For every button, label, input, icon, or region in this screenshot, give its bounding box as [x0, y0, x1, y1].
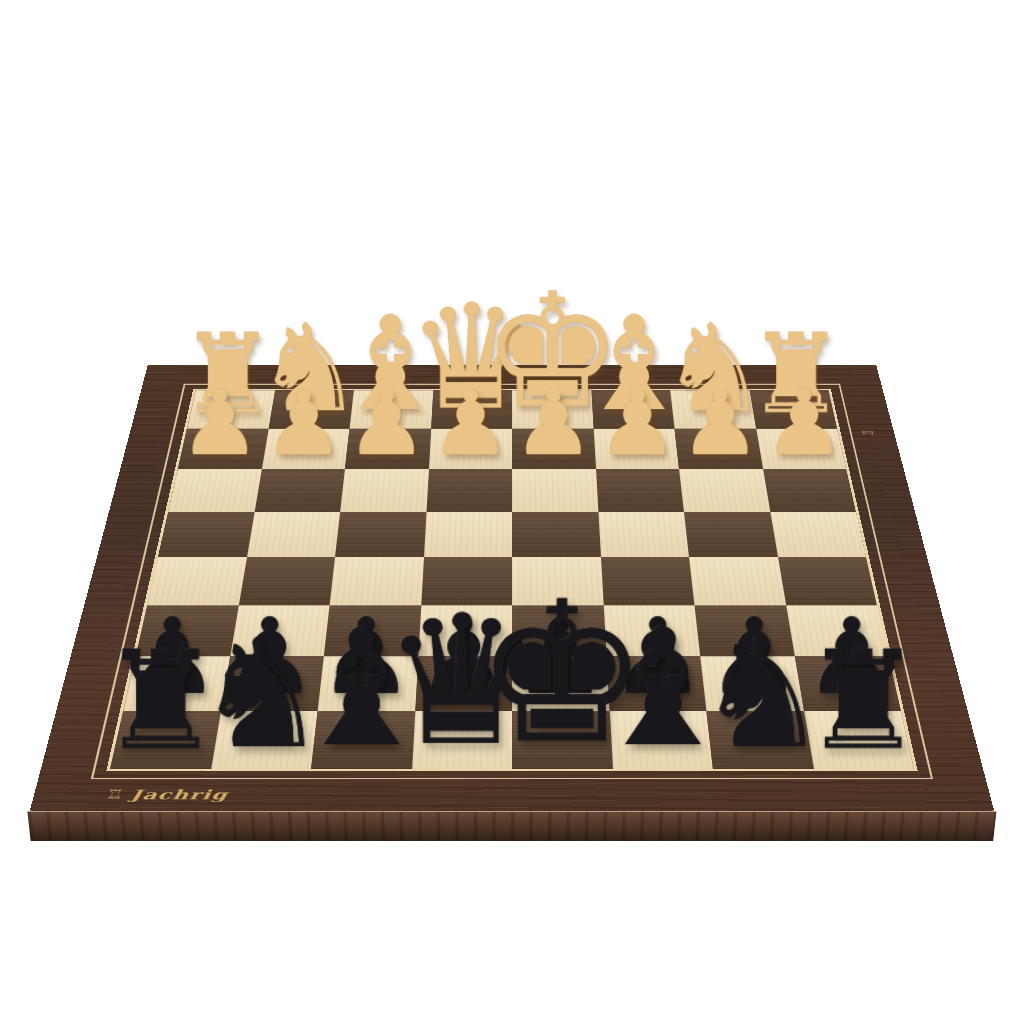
white-pawn-piece[interactable]: ♟ — [680, 381, 761, 467]
square[interactable] — [168, 469, 261, 512]
white-pawn-piece[interactable]: ♟ — [597, 381, 678, 467]
square[interactable]: ♟ — [512, 428, 596, 468]
crown-logo-icon: ♖ — [104, 788, 125, 801]
square[interactable]: ♟ — [178, 428, 268, 468]
square[interactable] — [598, 512, 689, 557]
logo-text: Jachrig — [129, 787, 229, 802]
square[interactable]: ♟ — [428, 428, 512, 468]
product-photo-scene: ♜♞♝♛♚♝♞♜♟♟♟♟♟♟♟♟♟♟♟♟♟♟♟♟♜♞♝♛♚♝♞♜ ♖ Jachr… — [0, 0, 1024, 1024]
white-pawn-piece[interactable]: ♟ — [763, 381, 844, 467]
white-pawn-piece[interactable]: ♟ — [346, 381, 427, 467]
square[interactable] — [247, 512, 341, 557]
square[interactable] — [254, 469, 345, 512]
square[interactable] — [596, 469, 684, 512]
black-knight-piece[interactable]: ♞ — [194, 624, 328, 766]
white-pawn-piece[interactable]: ♟ — [180, 381, 261, 467]
square[interactable] — [340, 469, 428, 512]
board-grid: ♜♞♝♛♚♝♞♜♟♟♟♟♟♟♟♟♟♟♟♟♟♟♟♟♜♞♝♛♚♝♞♜ — [106, 389, 917, 771]
black-knight-piece[interactable]: ♞ — [696, 624, 830, 766]
chess-board: ♜♞♝♛♚♝♞♜♟♟♟♟♟♟♟♟♟♟♟♟♟♟♟♟♜♞♝♛♚♝♞♜ ♖ Jachr… — [30, 365, 995, 812]
square[interactable]: ♟ — [756, 428, 846, 468]
square[interactable] — [679, 469, 770, 512]
square[interactable]: ♟ — [593, 428, 679, 468]
square[interactable] — [512, 469, 598, 512]
square[interactable]: ♟ — [261, 428, 349, 468]
maker-stamp-icon: ♖ — [858, 424, 879, 442]
square[interactable] — [424, 512, 513, 557]
square[interactable] — [770, 512, 866, 557]
board-perspective: ♜♞♝♛♚♝♞♜♟♟♟♟♟♟♟♟♟♟♟♟♟♟♟♟♜♞♝♛♚♝♞♜ ♖ Jachr… — [0, 0, 1024, 1024]
white-pawn-piece[interactable]: ♟ — [513, 381, 594, 467]
white-pawn-piece[interactable]: ♟ — [263, 381, 344, 467]
square[interactable] — [426, 469, 512, 512]
black-king-piece[interactable]: ♚ — [475, 580, 650, 765]
square[interactable] — [763, 469, 856, 512]
square[interactable] — [335, 512, 426, 557]
square[interactable]: ♞ — [211, 711, 318, 769]
square[interactable] — [158, 512, 254, 557]
white-pawn-piece[interactable]: ♟ — [430, 381, 511, 467]
square[interactable] — [684, 512, 778, 557]
board-front-edge — [27, 811, 996, 841]
square[interactable]: ♚ — [512, 711, 612, 769]
square[interactable]: ♞ — [706, 711, 813, 769]
square[interactable]: ♟ — [345, 428, 431, 468]
square[interactable] — [512, 512, 601, 557]
jachrig-logo: ♖ Jachrig — [104, 787, 229, 802]
square[interactable]: ♟ — [674, 428, 762, 468]
